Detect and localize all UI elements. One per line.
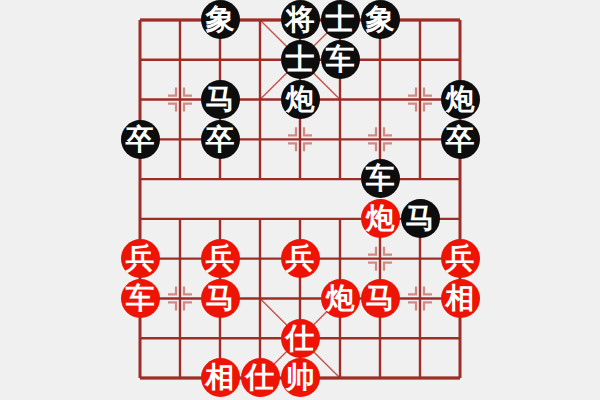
- xiangqi-board: 象将士象士车马炮炮卒卒卒车马炮兵兵兵兵车马炮马相仕相仕帅: [120, 0, 480, 400]
- piece-red-chariot[interactable]: 车: [121, 279, 160, 318]
- piece-black-advisor[interactable]: 士: [281, 40, 320, 79]
- piece-red-elephant[interactable]: 相: [201, 358, 240, 397]
- piece-red-advisor[interactable]: 仕: [241, 358, 280, 397]
- piece-red-cannon[interactable]: 炮: [361, 199, 400, 238]
- piece-red-cannon[interactable]: 炮: [321, 279, 360, 318]
- piece-red-horse[interactable]: 马: [361, 279, 400, 318]
- piece-red-advisor[interactable]: 仕: [281, 319, 320, 358]
- piece-black-cannon[interactable]: 炮: [281, 80, 320, 119]
- piece-black-soldier[interactable]: 卒: [121, 120, 160, 159]
- piece-red-elephant[interactable]: 相: [441, 279, 480, 318]
- piece-black-elephant[interactable]: 象: [201, 0, 240, 39]
- piece-black-soldier[interactable]: 卒: [201, 120, 240, 159]
- piece-red-soldier[interactable]: 兵: [201, 239, 240, 278]
- piece-red-soldier[interactable]: 兵: [281, 239, 320, 278]
- piece-black-horse[interactable]: 马: [401, 199, 440, 238]
- piece-black-horse[interactable]: 马: [201, 80, 240, 119]
- piece-black-elephant[interactable]: 象: [361, 0, 400, 39]
- piece-red-general[interactable]: 帅: [281, 358, 320, 397]
- piece-black-chariot[interactable]: 车: [321, 40, 360, 79]
- piece-black-soldier[interactable]: 卒: [441, 120, 480, 159]
- piece-black-cannon[interactable]: 炮: [441, 80, 480, 119]
- piece-black-advisor[interactable]: 士: [321, 0, 360, 39]
- piece-red-soldier[interactable]: 兵: [121, 239, 160, 278]
- piece-black-general[interactable]: 将: [281, 0, 320, 39]
- piece-red-soldier[interactable]: 兵: [441, 239, 480, 278]
- piece-red-horse[interactable]: 马: [201, 279, 240, 318]
- piece-black-chariot[interactable]: 车: [361, 159, 400, 198]
- board-intersections[interactable]: 象将士象士车马炮炮卒卒卒车马炮兵兵兵兵车马炮马相仕相仕帅: [120, 0, 480, 398]
